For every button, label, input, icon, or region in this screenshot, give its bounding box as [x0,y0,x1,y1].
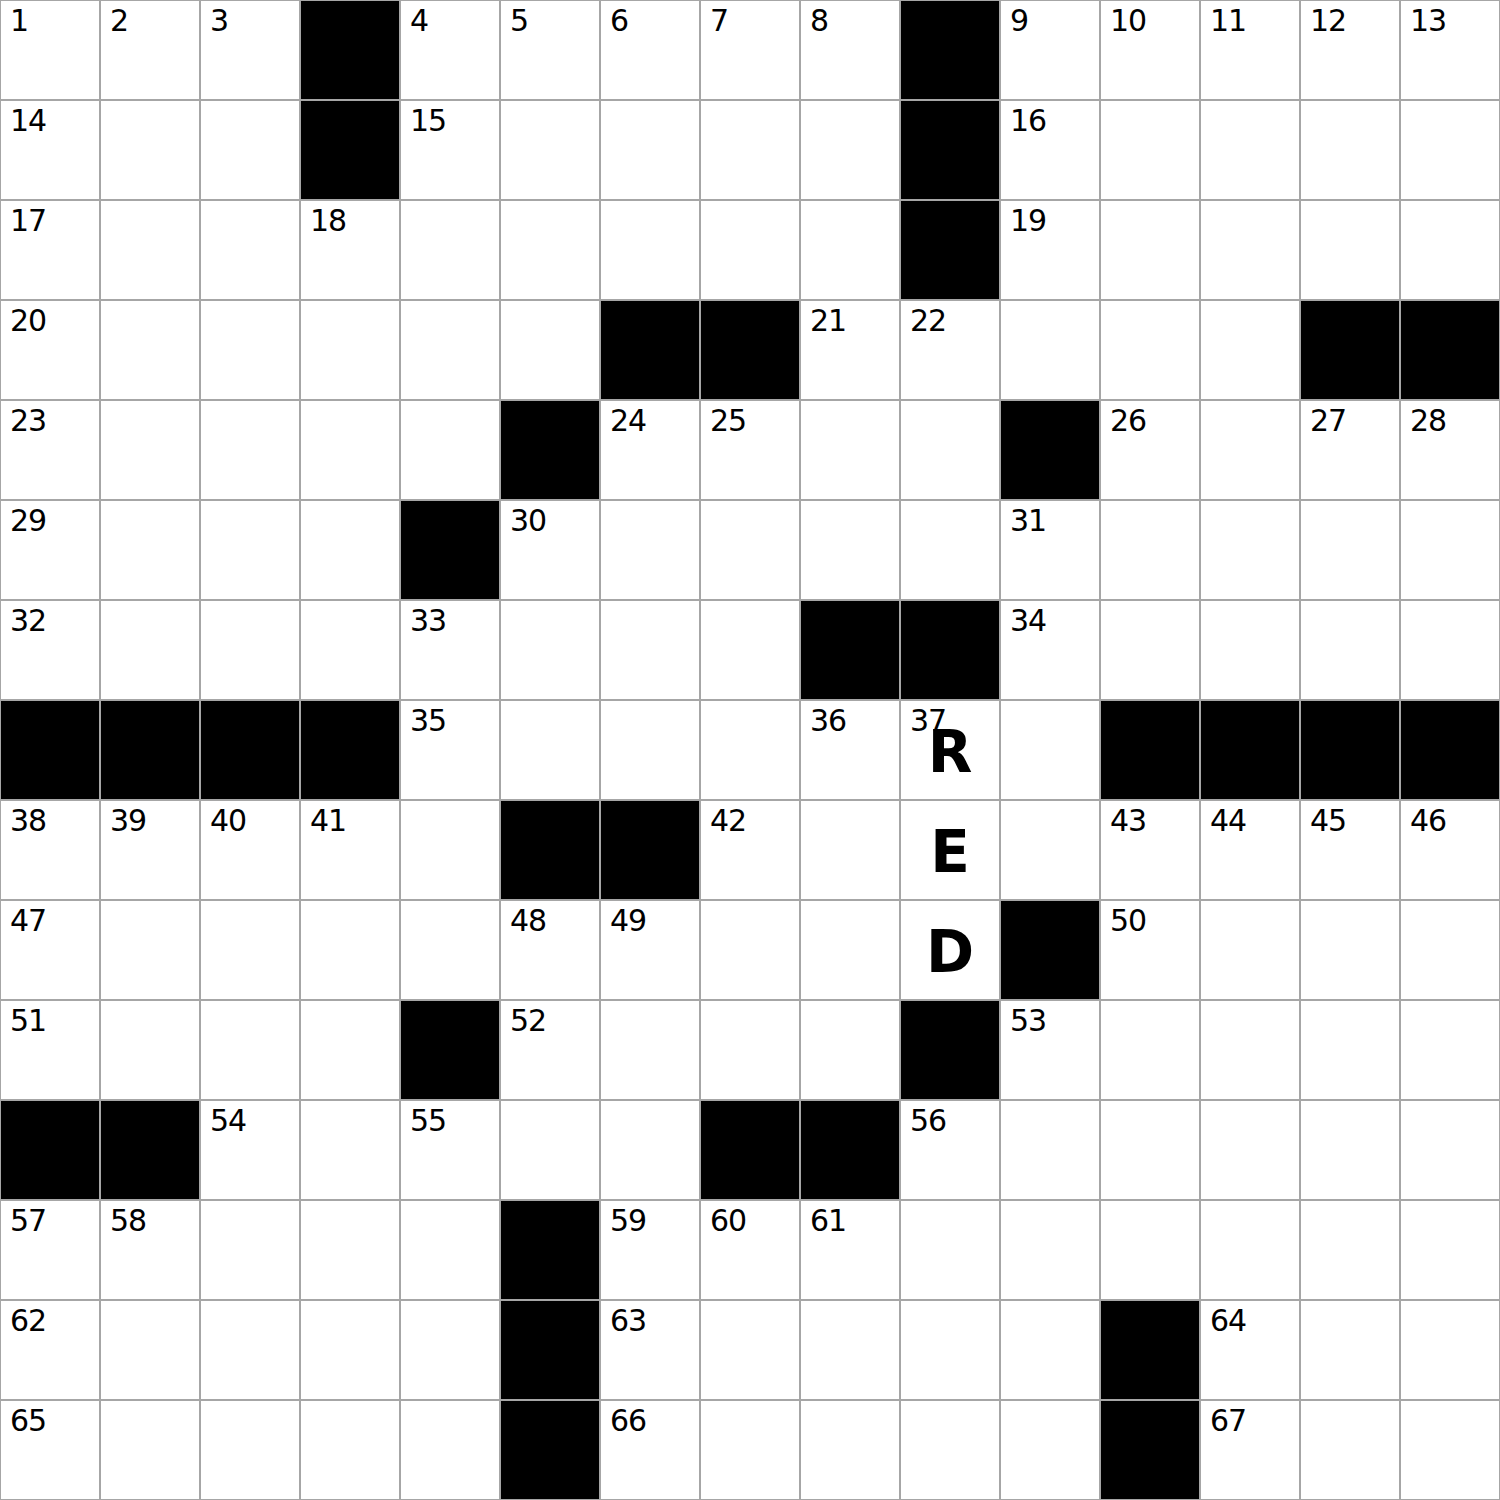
cell-r11c11[interactable] [1100,1100,1200,1200]
cell-r2c1[interactable] [100,200,200,300]
fill-letter-r: R [901,701,999,799]
clue-number-36: 36 [810,706,846,736]
black-cell-r7c2 [200,700,300,800]
cell-r14c3[interactable] [300,1400,400,1500]
cell-r14c1[interactable] [100,1400,200,1500]
clue-number-34: 34 [1010,606,1046,636]
cell-r9c0[interactable]: 47 [0,900,100,1000]
cell-r4c8[interactable] [800,400,900,500]
cell-r1c8[interactable] [800,100,900,200]
clue-number-44: 44 [1210,806,1246,836]
cell-r12c4[interactable] [400,1200,500,1300]
cell-r3c5[interactable] [500,300,600,400]
clue-number-27: 27 [1310,406,1346,436]
cell-r14c0[interactable]: 65 [0,1400,100,1500]
clue-number-12: 12 [1310,6,1346,36]
clue-number-42: 42 [710,806,746,836]
cell-r10c12[interactable] [1200,1000,1300,1100]
black-cell-r3c7 [700,300,800,400]
clue-number-48: 48 [510,906,546,936]
cell-r4c2[interactable] [200,400,300,500]
cell-r10c0[interactable]: 51 [0,1000,100,1100]
cell-r6c14[interactable] [1400,600,1500,700]
cell-r7c7[interactable] [700,700,800,800]
clue-number-13: 13 [1410,6,1446,36]
clue-number-45: 45 [1310,806,1346,836]
cell-r3c2[interactable] [200,300,300,400]
black-cell-r12c5 [500,1200,600,1300]
clue-number-62: 62 [10,1306,46,1336]
cell-r0c7[interactable]: 7 [700,0,800,100]
cell-r0c2[interactable]: 3 [200,0,300,100]
clue-number-8: 8 [810,6,828,36]
fill-letter-e: E [901,801,999,899]
clue-number-24: 24 [610,406,646,436]
black-cell-r8c6 [600,800,700,900]
cell-r9c13[interactable] [1300,900,1400,1000]
cell-r12c3[interactable] [300,1200,400,1300]
clue-number-28: 28 [1410,406,1446,436]
clue-number-19: 19 [1010,206,1046,236]
cell-r8c0[interactable]: 38 [0,800,100,900]
cell-r1c4[interactable]: 15 [400,100,500,200]
cell-r10c10[interactable]: 53 [1000,1000,1100,1100]
cell-r1c5[interactable] [500,100,600,200]
cell-r5c1[interactable] [100,500,200,600]
cell-r5c3[interactable] [300,500,400,600]
cell-r0c10[interactable]: 9 [1000,0,1100,100]
black-cell-r14c11 [1100,1400,1200,1500]
black-cell-r11c1 [100,1100,200,1200]
cell-r10c1[interactable] [100,1000,200,1100]
clue-number-49: 49 [610,906,646,936]
clue-number-35: 35 [410,706,446,736]
cell-r1c12[interactable] [1200,100,1300,200]
clue-number-39: 39 [110,806,146,836]
clue-number-2: 2 [110,6,128,36]
cell-r7c8[interactable]: 36 [800,700,900,800]
cell-r10c3[interactable] [300,1000,400,1100]
cell-r9c7[interactable] [700,900,800,1000]
black-cell-r7c3 [300,700,400,800]
clue-number-32: 32 [10,606,46,636]
clue-number-55: 55 [410,1106,446,1136]
black-cell-r11c7 [700,1100,800,1200]
clue-number-54: 54 [210,1106,246,1136]
black-cell-r1c9 [900,100,1000,200]
black-cell-r7c13 [1300,700,1400,800]
cell-r9c1[interactable] [100,900,200,1000]
clue-number-6: 6 [610,6,628,36]
cell-r12c2[interactable] [200,1200,300,1300]
cell-r11c4[interactable]: 55 [400,1100,500,1200]
cell-r8c13[interactable]: 45 [1300,800,1400,900]
cell-r4c9[interactable] [900,400,1000,500]
cell-r10c6[interactable] [600,1000,700,1100]
cell-r3c4[interactable] [400,300,500,400]
black-cell-r4c5 [500,400,600,500]
clue-number-50: 50 [1110,906,1146,936]
cell-r3c12[interactable] [1200,300,1300,400]
cell-r12c10[interactable] [1000,1200,1100,1300]
cell-r3c9[interactable]: 22 [900,300,1000,400]
cell-r13c13[interactable] [1300,1300,1400,1400]
cell-r13c3[interactable] [300,1300,400,1400]
clue-number-31: 31 [1010,506,1046,536]
cell-r11c2[interactable]: 54 [200,1100,300,1200]
cell-r4c7[interactable]: 25 [700,400,800,500]
cell-r7c5[interactable] [500,700,600,800]
cell-r1c2[interactable] [200,100,300,200]
cell-r12c6[interactable]: 59 [600,1200,700,1300]
clue-number-52: 52 [510,1006,546,1036]
clue-number-1: 1 [10,6,28,36]
crossword-grid: 1234567891011121314151617181920212223242… [0,0,1500,1500]
cell-r12c0[interactable]: 57 [0,1200,100,1300]
cell-r2c4[interactable] [400,200,500,300]
cell-r5c7[interactable] [700,500,800,600]
cell-r7c10[interactable] [1000,700,1100,800]
cell-r14c9[interactable] [900,1400,1000,1500]
cell-r1c14[interactable] [1400,100,1500,200]
black-cell-r10c9 [900,1000,1000,1100]
cell-r2c7[interactable] [700,200,800,300]
cell-r8c8[interactable] [800,800,900,900]
cell-r0c12[interactable]: 11 [1200,0,1300,100]
cell-r8c11[interactable]: 43 [1100,800,1200,900]
clue-number-18: 18 [310,206,346,236]
clue-number-56: 56 [910,1106,946,1136]
cell-r4c12[interactable] [1200,400,1300,500]
black-cell-r3c6 [600,300,700,400]
clue-number-9: 9 [1010,6,1028,36]
cell-r2c13[interactable] [1300,200,1400,300]
clue-number-22: 22 [910,306,946,336]
cell-r10c8[interactable] [800,1000,900,1100]
clue-number-3: 3 [210,6,228,36]
cell-r8c7[interactable]: 42 [700,800,800,900]
clue-number-43: 43 [1110,806,1146,836]
cell-r12c14[interactable] [1400,1200,1500,1300]
clue-number-7: 7 [710,6,728,36]
black-cell-r3c14 [1400,300,1500,400]
cell-r2c0[interactable]: 17 [0,200,100,300]
cell-r2c12[interactable] [1200,200,1300,300]
cell-r14c6[interactable]: 66 [600,1400,700,1500]
cell-r4c4[interactable] [400,400,500,500]
cell-r0c8[interactable]: 8 [800,0,900,100]
black-cell-r7c14 [1400,700,1500,800]
cell-r5c2[interactable] [200,500,300,600]
cell-r0c0[interactable]: 1 [0,0,100,100]
cell-r2c8[interactable] [800,200,900,300]
cell-r3c3[interactable] [300,300,400,400]
cell-r6c12[interactable] [1200,600,1300,700]
cell-r1c13[interactable] [1300,100,1400,200]
clue-number-16: 16 [1010,106,1046,136]
clue-number-57: 57 [10,1206,46,1236]
cell-r9c5[interactable]: 48 [500,900,600,1000]
black-cell-r10c4 [400,1000,500,1100]
cell-r8c4[interactable] [400,800,500,900]
clue-number-5: 5 [510,6,528,36]
cell-r14c13[interactable] [1300,1400,1400,1500]
black-cell-r14c5 [500,1400,600,1500]
cell-r4c1[interactable] [100,400,200,500]
cell-r1c10[interactable]: 16 [1000,100,1100,200]
cell-r6c10[interactable]: 34 [1000,600,1100,700]
clue-number-47: 47 [10,906,46,936]
black-cell-r3c13 [1300,300,1400,400]
cell-r13c2[interactable] [200,1300,300,1400]
cell-r10c7[interactable] [700,1000,800,1100]
cell-r2c10[interactable]: 19 [1000,200,1100,300]
cell-r14c4[interactable] [400,1400,500,1500]
cell-r1c0[interactable]: 14 [0,100,100,200]
clue-number-38: 38 [10,806,46,836]
cell-r0c14[interactable]: 13 [1400,0,1500,100]
cell-r11c9[interactable]: 56 [900,1100,1000,1200]
cell-r14c2[interactable] [200,1400,300,1500]
black-cell-r7c1 [100,700,200,800]
clue-number-67: 67 [1210,1406,1246,1436]
cell-r4c6[interactable]: 24 [600,400,700,500]
black-cell-r1c3 [300,100,400,200]
cell-r5c6[interactable] [600,500,700,600]
cell-r8c9[interactable]: E [900,800,1000,900]
clue-number-25: 25 [710,406,746,436]
clue-number-65: 65 [10,1406,46,1436]
cell-r13c4[interactable] [400,1300,500,1400]
cell-r10c11[interactable] [1100,1000,1200,1100]
clue-number-11: 11 [1210,6,1246,36]
cell-r0c5[interactable]: 5 [500,0,600,100]
cell-r8c12[interactable]: 44 [1200,800,1300,900]
cell-r13c8[interactable] [800,1300,900,1400]
cell-r1c1[interactable] [100,100,200,200]
cell-r0c13[interactable]: 12 [1300,0,1400,100]
cell-r12c12[interactable] [1200,1200,1300,1300]
clue-number-14: 14 [10,106,46,136]
cell-r6c4[interactable]: 33 [400,600,500,700]
cell-r9c3[interactable] [300,900,400,1000]
cell-r6c13[interactable] [1300,600,1400,700]
cell-r10c2[interactable] [200,1000,300,1100]
cell-r9c8[interactable] [800,900,900,1000]
cell-r3c0[interactable]: 20 [0,300,100,400]
cell-r2c14[interactable] [1400,200,1500,300]
cell-r2c5[interactable] [500,200,600,300]
cell-r11c12[interactable] [1200,1100,1300,1200]
cell-r6c2[interactable] [200,600,300,700]
black-cell-r7c12 [1200,700,1300,800]
cell-r11c3[interactable] [300,1100,400,1200]
cell-r0c11[interactable]: 10 [1100,0,1200,100]
cell-r6c3[interactable] [300,600,400,700]
cell-r9c11[interactable]: 50 [1100,900,1200,1000]
cell-r13c1[interactable] [100,1300,200,1400]
black-cell-r11c0 [0,1100,100,1200]
black-cell-r0c9 [900,0,1000,100]
clue-number-58: 58 [110,1206,146,1236]
cell-r11c5[interactable] [500,1100,600,1200]
clue-number-26: 26 [1110,406,1146,436]
cell-r14c7[interactable] [700,1400,800,1500]
cell-r3c1[interactable] [100,300,200,400]
clue-number-46: 46 [1410,806,1446,836]
cell-r2c3[interactable]: 18 [300,200,400,300]
black-cell-r5c4 [400,500,500,600]
clue-number-51: 51 [10,1006,46,1036]
clue-number-40: 40 [210,806,246,836]
cell-r9c12[interactable] [1200,900,1300,1000]
clue-number-20: 20 [10,306,46,336]
clue-number-41: 41 [310,806,346,836]
clue-number-66: 66 [610,1406,646,1436]
clue-number-15: 15 [410,106,446,136]
cell-r6c0[interactable]: 32 [0,600,100,700]
cell-r5c8[interactable] [800,500,900,600]
cell-r9c14[interactable] [1400,900,1500,1000]
cell-r5c5[interactable]: 30 [500,500,600,600]
cell-r1c11[interactable] [1100,100,1200,200]
cell-r13c14[interactable] [1400,1300,1500,1400]
cell-r12c7[interactable]: 60 [700,1200,800,1300]
cell-r5c14[interactable] [1400,500,1500,600]
cell-r5c12[interactable] [1200,500,1300,600]
black-cell-r0c3 [300,0,400,100]
cell-r14c14[interactable] [1400,1400,1500,1500]
cell-r11c6[interactable] [600,1100,700,1200]
cell-r4c11[interactable]: 26 [1100,400,1200,500]
black-cell-r9c10 [1000,900,1100,1000]
clue-number-61: 61 [810,1206,846,1236]
black-cell-r13c5 [500,1300,600,1400]
cell-r7c9[interactable]: 37R [900,700,1000,800]
cell-r13c10[interactable] [1000,1300,1100,1400]
cell-r0c1[interactable]: 2 [100,0,200,100]
cell-r11c13[interactable] [1300,1100,1400,1200]
cell-r12c1[interactable]: 58 [100,1200,200,1300]
clue-number-23: 23 [10,406,46,436]
fill-letter-d: D [901,901,999,999]
cell-r10c5[interactable]: 52 [500,1000,600,1100]
cell-r13c6[interactable]: 63 [600,1300,700,1400]
cell-r9c9[interactable]: D [900,900,1000,1000]
cell-r10c13[interactable] [1300,1000,1400,1100]
cell-r0c6[interactable]: 6 [600,0,700,100]
cell-r9c2[interactable] [200,900,300,1000]
cell-r5c10[interactable]: 31 [1000,500,1100,600]
cell-r6c1[interactable] [100,600,200,700]
cell-r13c12[interactable]: 64 [1200,1300,1300,1400]
cell-r1c7[interactable] [700,100,800,200]
cell-r10c14[interactable] [1400,1000,1500,1100]
cell-r13c0[interactable]: 62 [0,1300,100,1400]
black-cell-r6c8 [800,600,900,700]
cell-r3c10[interactable] [1000,300,1100,400]
cell-r14c8[interactable] [800,1400,900,1500]
cell-r12c9[interactable] [900,1200,1000,1300]
cell-r11c10[interactable] [1000,1100,1100,1200]
cell-r8c3[interactable]: 41 [300,800,400,900]
cell-r13c7[interactable] [700,1300,800,1400]
cell-r5c13[interactable] [1300,500,1400,600]
cell-r4c0[interactable]: 23 [0,400,100,500]
clue-number-64: 64 [1210,1306,1246,1336]
clue-number-53: 53 [1010,1006,1046,1036]
cell-r2c6[interactable] [600,200,700,300]
clue-number-4: 4 [410,6,428,36]
cell-r8c14[interactable]: 46 [1400,800,1500,900]
clue-number-21: 21 [810,306,846,336]
cell-r2c11[interactable] [1100,200,1200,300]
cell-r4c13[interactable]: 27 [1300,400,1400,500]
cell-r6c11[interactable] [1100,600,1200,700]
cell-r5c11[interactable] [1100,500,1200,600]
black-cell-r7c0 [0,700,100,800]
black-cell-r8c5 [500,800,600,900]
black-cell-r4c10 [1000,400,1100,500]
black-cell-r13c11 [1100,1300,1200,1400]
cell-r14c12[interactable]: 67 [1200,1400,1300,1500]
cell-r13c9[interactable] [900,1300,1000,1400]
cell-r3c11[interactable] [1100,300,1200,400]
clue-number-10: 10 [1110,6,1146,36]
clue-number-29: 29 [10,506,46,536]
clue-number-17: 17 [10,206,46,236]
black-cell-r11c8 [800,1100,900,1200]
cell-r8c10[interactable] [1000,800,1100,900]
cell-r4c3[interactable] [300,400,400,500]
cell-r8c1[interactable]: 39 [100,800,200,900]
cell-r6c5[interactable] [500,600,600,700]
cell-r12c11[interactable] [1100,1200,1200,1300]
cell-r6c7[interactable] [700,600,800,700]
cell-r0c4[interactable]: 4 [400,0,500,100]
black-cell-r2c9 [900,200,1000,300]
cell-r3c8[interactable]: 21 [800,300,900,400]
cell-r1c6[interactable] [600,100,700,200]
cell-r4c14[interactable]: 28 [1400,400,1500,500]
cell-r9c4[interactable] [400,900,500,1000]
cell-r11c14[interactable] [1400,1100,1500,1200]
cell-r6c6[interactable] [600,600,700,700]
clue-number-60: 60 [710,1206,746,1236]
black-cell-r7c11 [1100,700,1200,800]
clue-number-30: 30 [510,506,546,536]
cell-r7c4[interactable]: 35 [400,700,500,800]
black-cell-r6c9 [900,600,1000,700]
cell-r2c2[interactable] [200,200,300,300]
cell-r9c6[interactable]: 49 [600,900,700,1000]
cell-r12c13[interactable] [1300,1200,1400,1300]
cell-r5c9[interactable] [900,500,1000,600]
clue-number-59: 59 [610,1206,646,1236]
clue-number-33: 33 [410,606,446,636]
cell-r8c2[interactable]: 40 [200,800,300,900]
cell-r12c8[interactable]: 61 [800,1200,900,1300]
cell-r7c6[interactable] [600,700,700,800]
clue-number-63: 63 [610,1306,646,1336]
cell-r5c0[interactable]: 29 [0,500,100,600]
cell-r14c10[interactable] [1000,1400,1100,1500]
